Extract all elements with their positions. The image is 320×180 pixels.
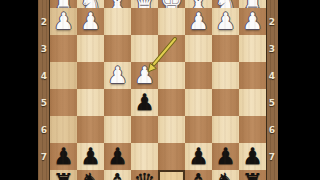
square-f5[interactable] [185,89,212,116]
black-pawn[interactable]: ♟ [239,143,266,170]
rank-label-right-1: 1 [266,0,278,1]
square-c1[interactable]: ♝ [104,0,131,8]
square-d7[interactable] [131,143,158,170]
black-bishop[interactable]: ♝ [185,169,212,180]
white-pawn[interactable]: ♟ [104,62,131,89]
square-g8[interactable]: ♞ [212,170,239,180]
chess-board[interactable]: ♜♞♝♛♚♝♞♜♟♟♟♟♟♟♟♟♟♟♟♟♟♟♜♞♝♛♝♞♜ [50,0,266,180]
square-b2[interactable]: ♟ [77,8,104,35]
rank-label-left-7: 7 [38,151,50,163]
rank-label-right-7: 7 [266,151,278,163]
square-d2[interactable] [131,8,158,35]
square-e2[interactable] [158,8,185,35]
square-h2[interactable]: ♟ [239,8,266,35]
square-b4[interactable] [77,62,104,89]
square-a4[interactable] [50,62,77,89]
rank-label-left-4: 4 [38,70,50,82]
black-rook[interactable]: ♜ [239,169,266,180]
square-a1[interactable]: ♜ [50,0,77,8]
square-g6[interactable] [212,116,239,143]
square-f6[interactable] [185,116,212,143]
square-f7[interactable]: ♟ [185,143,212,170]
square-a6[interactable] [50,116,77,143]
square-e6[interactable] [158,116,185,143]
square-c6[interactable] [104,116,131,143]
square-c4[interactable]: ♟ [104,62,131,89]
square-b7[interactable]: ♟ [77,143,104,170]
rank-label-left-5: 5 [38,97,50,109]
square-e5[interactable] [158,89,185,116]
square-d5[interactable]: ♟ [131,89,158,116]
rank-label-right-5: 5 [266,97,278,109]
rank-label-left-3: 3 [38,43,50,55]
white-pawn[interactable]: ♟ [212,8,239,35]
square-h5[interactable] [239,89,266,116]
rank-label-left-2: 2 [38,16,50,28]
letterbox-left [0,0,38,180]
rank-label-right-8: 8 [266,178,278,180]
white-pawn[interactable]: ♟ [131,62,158,89]
white-pawn[interactable]: ♟ [77,8,104,35]
square-g4[interactable] [212,62,239,89]
square-c7[interactable]: ♟ [104,143,131,170]
square-c5[interactable] [104,89,131,116]
square-g5[interactable] [212,89,239,116]
black-pawn[interactable]: ♟ [104,143,131,170]
square-f3[interactable] [185,35,212,62]
rank-label-left-8: 8 [38,178,50,180]
square-e4[interactable] [158,62,185,89]
square-a3[interactable] [50,35,77,62]
square-d6[interactable] [131,116,158,143]
square-h7[interactable]: ♟ [239,143,266,170]
square-d3[interactable] [131,35,158,62]
black-pawn[interactable]: ♟ [212,143,239,170]
square-h3[interactable] [239,35,266,62]
square-h8[interactable]: ♜ [239,170,266,180]
black-rook[interactable]: ♜ [50,169,77,180]
square-e1[interactable]: ♚ [158,0,185,8]
black-bishop[interactable]: ♝ [104,169,131,180]
square-b8[interactable]: ♞ [77,170,104,180]
square-a7[interactable]: ♟ [50,143,77,170]
rank-label-right-6: 6 [266,124,278,136]
square-c2[interactable] [104,8,131,35]
white-pawn[interactable]: ♟ [185,8,212,35]
square-e8[interactable] [158,170,185,180]
square-d1[interactable]: ♛ [131,0,158,8]
square-b6[interactable] [77,116,104,143]
rank-label-left-6: 6 [38,124,50,136]
black-pawn[interactable]: ♟ [185,143,212,170]
black-pawn[interactable]: ♟ [77,143,104,170]
square-c3[interactable] [104,35,131,62]
black-knight[interactable]: ♞ [77,169,104,180]
square-g2[interactable]: ♟ [212,8,239,35]
square-f1[interactable]: ♝ [185,0,212,8]
square-c8[interactable]: ♝ [104,170,131,180]
square-h6[interactable] [239,116,266,143]
square-d4[interactable]: ♟ [131,62,158,89]
square-a8[interactable]: ♜ [50,170,77,180]
square-e7[interactable] [158,143,185,170]
square-f2[interactable]: ♟ [185,8,212,35]
square-f4[interactable] [185,62,212,89]
black-pawn[interactable]: ♟ [50,143,77,170]
square-d8[interactable]: ♛ [131,170,158,180]
white-pawn[interactable]: ♟ [239,8,266,35]
black-queen[interactable]: ♛ [131,169,158,180]
square-f8[interactable]: ♝ [185,170,212,180]
letterbox-right [278,0,320,180]
square-a2[interactable]: ♟ [50,8,77,35]
white-pawn[interactable]: ♟ [50,8,77,35]
square-b3[interactable] [77,35,104,62]
rank-label-right-3: 3 [266,43,278,55]
square-a5[interactable] [50,89,77,116]
rank-label-left-1: 1 [38,0,50,1]
rank-label-right-4: 4 [266,70,278,82]
black-knight[interactable]: ♞ [212,169,239,180]
black-pawn[interactable]: ♟ [131,89,158,116]
square-b5[interactable] [77,89,104,116]
square-g3[interactable] [212,35,239,62]
chess-video-frame: ♜♞♝♛♚♝♞♜♟♟♟♟♟♟♟♟♟♟♟♟♟♟♜♞♝♛♝♞♜ 1122334455… [0,0,320,180]
square-g7[interactable]: ♟ [212,143,239,170]
square-g1[interactable]: ♞ [212,0,239,8]
rank-label-right-2: 2 [266,16,278,28]
square-h4[interactable] [239,62,266,89]
square-h1[interactable]: ♜ [239,0,266,8]
square-e3[interactable] [158,35,185,62]
square-b1[interactable]: ♞ [77,0,104,8]
